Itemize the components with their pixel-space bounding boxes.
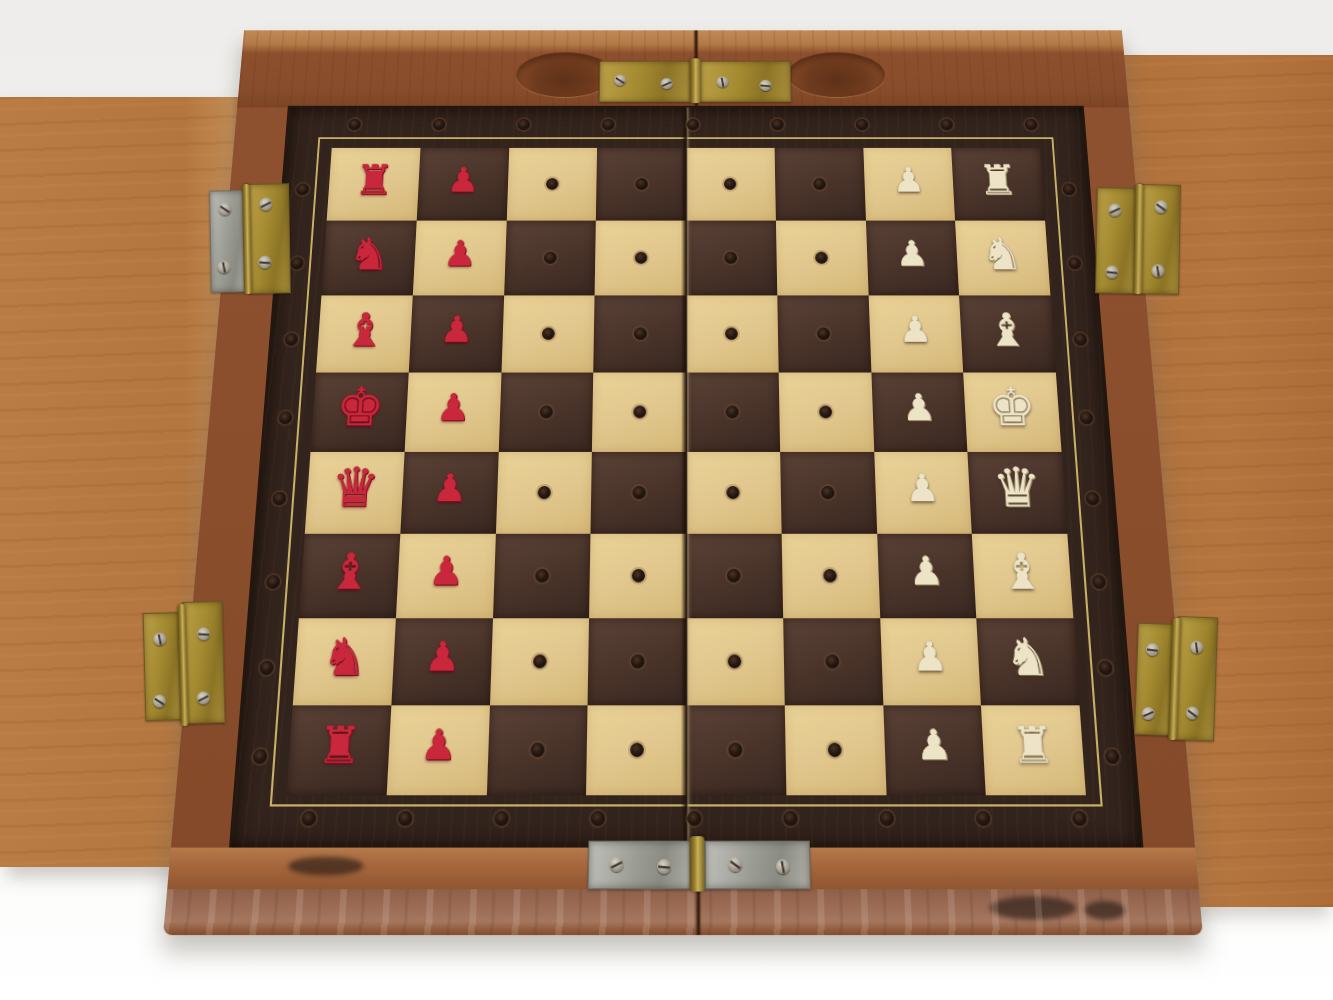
peg-hole xyxy=(540,406,553,419)
square-c4[interactable] xyxy=(686,534,783,618)
peg-hole xyxy=(727,569,740,583)
white-pawn-piece[interactable]: ♟ xyxy=(904,468,940,506)
red-pawn-piece[interactable]: ♟ xyxy=(428,551,465,591)
hinge-knuckle xyxy=(689,58,700,103)
red-pawn-piece[interactable]: ♟ xyxy=(432,468,468,506)
square-g3[interactable] xyxy=(776,221,868,296)
square-e5[interactable] xyxy=(592,373,686,452)
top-center-hinge-plate xyxy=(599,61,693,102)
red-bishop-piece[interactable]: ♝ xyxy=(327,546,374,596)
peg-hole xyxy=(631,654,645,668)
white-pawn-piece[interactable]: ♟ xyxy=(901,389,936,426)
square-h1[interactable]: ♜ xyxy=(951,148,1045,221)
peg-hole xyxy=(542,328,555,340)
white-pawn-piece[interactable]: ♟ xyxy=(895,236,929,271)
peg-hole xyxy=(535,569,549,583)
hinge-knuckle xyxy=(689,836,704,891)
square-a5[interactable] xyxy=(586,705,686,795)
square-f6[interactable] xyxy=(501,295,595,372)
peg-hole xyxy=(725,328,738,340)
margin-peg-hole xyxy=(301,811,316,826)
margin-peg-hole xyxy=(1092,575,1106,589)
square-f3[interactable] xyxy=(777,295,871,372)
margin-peg-hole xyxy=(602,119,614,130)
square-e1[interactable]: ♚ xyxy=(963,373,1061,452)
peg-hole xyxy=(530,743,544,757)
square-c2[interactable]: ♟ xyxy=(877,534,977,618)
square-f4[interactable] xyxy=(686,295,779,372)
red-pawn-piece[interactable]: ♟ xyxy=(435,389,470,426)
square-d1[interactable]: ♛ xyxy=(968,452,1068,534)
peg-hole xyxy=(630,743,644,757)
square-d3[interactable] xyxy=(780,452,877,534)
peg-hole xyxy=(546,178,559,190)
square-g1[interactable]: ♞ xyxy=(955,221,1050,296)
bottom-center-hinge-plate xyxy=(588,841,694,890)
stain-mark xyxy=(989,896,1077,919)
margin-peg-hole xyxy=(687,119,699,130)
square-d5[interactable] xyxy=(591,452,686,534)
square-b8[interactable]: ♞ xyxy=(293,618,396,705)
red-bishop-piece[interactable]: ♝ xyxy=(342,306,387,352)
stain-mark xyxy=(287,857,364,875)
red-pawn-piece[interactable]: ♟ xyxy=(439,311,474,347)
square-h5[interactable] xyxy=(596,148,686,221)
square-d7[interactable]: ♟ xyxy=(400,452,498,534)
screw xyxy=(614,75,626,86)
red-pawn-piece[interactable]: ♟ xyxy=(420,723,458,765)
left-upper-hinge xyxy=(209,183,289,296)
peg-hole xyxy=(813,178,826,190)
square-h7[interactable]: ♟ xyxy=(416,148,508,221)
square-d4[interactable] xyxy=(686,452,781,534)
peg-hole xyxy=(727,486,740,499)
peg-hole xyxy=(544,252,557,264)
white-pawn-piece[interactable]: ♟ xyxy=(892,163,926,197)
square-e4[interactable] xyxy=(686,373,780,452)
square-f5[interactable] xyxy=(593,295,685,372)
white-knight-piece[interactable]: ♞ xyxy=(1003,630,1051,682)
square-h6[interactable] xyxy=(506,148,597,221)
peg-hole xyxy=(729,743,743,757)
margin-peg-hole xyxy=(1105,749,1120,763)
square-b4[interactable] xyxy=(686,618,784,705)
red-knight-piece[interactable]: ♞ xyxy=(347,231,391,275)
margin-peg-hole xyxy=(279,411,293,424)
margin-peg-hole xyxy=(296,184,309,196)
margin-peg-hole xyxy=(1072,811,1087,826)
top-center-hinge-plate xyxy=(700,61,792,102)
square-b2[interactable]: ♟ xyxy=(880,618,981,705)
square-a4[interactable] xyxy=(686,705,786,795)
square-f1[interactable]: ♝ xyxy=(959,295,1056,372)
square-f8[interactable]: ♝ xyxy=(316,295,413,372)
white-bishop-piece[interactable]: ♝ xyxy=(985,306,1030,352)
square-g2[interactable]: ♟ xyxy=(865,221,959,296)
margin-peg-hole xyxy=(266,575,280,589)
peg-hole xyxy=(828,743,842,757)
square-c1[interactable]: ♝ xyxy=(972,534,1073,618)
peg-hole xyxy=(633,406,646,419)
margin-peg-hole xyxy=(771,119,783,130)
margin-peg-hole xyxy=(687,811,701,826)
margin-peg-hole xyxy=(856,119,869,130)
peg-hole xyxy=(533,654,547,668)
square-a1[interactable]: ♜ xyxy=(981,705,1086,795)
hinge-knuckle xyxy=(1133,184,1144,294)
box-front-face xyxy=(163,889,1203,935)
square-e2[interactable]: ♟ xyxy=(871,373,968,452)
margin-peg-hole xyxy=(1068,257,1081,269)
margin-peg-hole xyxy=(940,119,953,130)
white-pawn-piece[interactable]: ♟ xyxy=(915,723,953,765)
peg-hole xyxy=(826,654,840,668)
square-e6[interactable] xyxy=(498,373,593,452)
peg-hole xyxy=(635,178,647,190)
square-a7[interactable]: ♟ xyxy=(386,705,489,795)
peg-hole xyxy=(728,654,742,668)
red-queen-piece[interactable]: ♛ xyxy=(329,460,381,514)
square-c7[interactable]: ♟ xyxy=(396,534,496,618)
red-rook-piece[interactable]: ♜ xyxy=(353,159,395,200)
screw xyxy=(759,80,771,91)
chess-box: ♜♟♟♜♞♟♟♞♝♟♟♝♚♟♟♚♛♟♟♛♝♟♟♝♞♟♟♞♜♟♟♜ xyxy=(163,30,1203,935)
margin-peg-hole xyxy=(290,257,303,269)
margin-peg-hole xyxy=(1062,184,1075,196)
square-g7[interactable]: ♟ xyxy=(413,221,507,296)
red-pawn-piece[interactable]: ♟ xyxy=(443,236,477,271)
margin-peg-hole xyxy=(253,749,268,763)
peg-hole xyxy=(726,406,739,419)
peg-hole xyxy=(821,486,834,499)
margin-peg-hole xyxy=(591,811,605,826)
margin-peg-hole xyxy=(348,119,361,130)
square-g8[interactable]: ♞ xyxy=(321,221,416,296)
screw xyxy=(728,857,742,872)
red-knight-piece[interactable]: ♞ xyxy=(321,630,369,682)
peg-hole xyxy=(819,406,832,419)
margin-peg-hole xyxy=(880,811,894,826)
margin-peg-hole xyxy=(976,811,991,826)
photo-backdrop: ♜♟♟♜♞♟♟♞♝♟♟♝♚♟♟♚♛♟♟♛♝♟♟♝♞♟♟♞♜♟♟♜ xyxy=(0,0,1333,1000)
hinge-plate xyxy=(182,601,225,724)
peg-hole xyxy=(725,252,738,264)
stain-mark xyxy=(1084,901,1127,920)
peg-hole xyxy=(823,569,837,583)
square-b7[interactable]: ♟ xyxy=(391,618,492,705)
margin-peg-hole xyxy=(398,811,413,826)
square-h4[interactable] xyxy=(686,148,776,221)
margin-peg-hole xyxy=(1098,661,1113,675)
square-b1[interactable]: ♞ xyxy=(977,618,1080,705)
screw xyxy=(610,857,624,872)
left-lower-hinge xyxy=(142,601,225,729)
square-a8[interactable]: ♜ xyxy=(286,705,391,795)
square-h8[interactable]: ♜ xyxy=(327,148,421,221)
margin-peg-hole xyxy=(1025,119,1038,130)
white-bishop-piece[interactable]: ♝ xyxy=(998,546,1045,596)
white-knight-piece[interactable]: ♞ xyxy=(980,231,1024,275)
red-king-piece[interactable]: ♚ xyxy=(334,381,385,434)
square-g6[interactable] xyxy=(504,221,596,296)
margin-peg-hole xyxy=(1074,333,1088,345)
square-a6[interactable] xyxy=(486,705,587,795)
square-e7[interactable]: ♟ xyxy=(404,373,501,452)
square-d8[interactable]: ♛ xyxy=(305,452,405,534)
margin-peg-hole xyxy=(259,661,274,675)
right-upper-hinge xyxy=(1095,183,1179,296)
square-c6[interactable] xyxy=(492,534,590,618)
thumb-recess xyxy=(788,52,886,97)
square-b6[interactable] xyxy=(489,618,589,705)
peg-hole xyxy=(817,328,830,340)
square-h2[interactable]: ♟ xyxy=(863,148,955,221)
peg-hole xyxy=(631,569,644,583)
peg-hole xyxy=(537,486,550,499)
red-pawn-piece[interactable]: ♟ xyxy=(424,636,461,677)
screw xyxy=(717,76,729,87)
red-rook-piece[interactable]: ♜ xyxy=(316,719,363,770)
peg-hole xyxy=(724,178,736,190)
white-rook-piece[interactable]: ♜ xyxy=(977,159,1019,200)
margin-peg-hole xyxy=(285,333,299,345)
margin-peg-hole xyxy=(783,811,797,826)
margin-peg-hole xyxy=(494,811,508,826)
screw xyxy=(1151,264,1164,277)
white-pawn-piece[interactable]: ♟ xyxy=(911,636,948,677)
margin-peg-hole xyxy=(272,492,286,505)
red-pawn-piece[interactable]: ♟ xyxy=(446,163,480,197)
square-g5[interactable] xyxy=(595,221,686,296)
right-lower-hinge xyxy=(1134,615,1216,746)
square-f7[interactable]: ♟ xyxy=(409,295,504,372)
margin-peg-hole xyxy=(517,119,530,130)
square-f2[interactable]: ♟ xyxy=(868,295,963,372)
screw xyxy=(661,78,673,89)
game-board: ♜♟♟♜♞♟♟♞♝♟♟♝♚♟♟♚♛♟♟♛♝♟♟♝♞♟♟♞♜♟♟♜ xyxy=(231,108,1141,848)
screw xyxy=(776,859,790,874)
square-h3[interactable] xyxy=(774,148,865,221)
screw xyxy=(657,859,671,874)
white-king-piece[interactable]: ♚ xyxy=(986,381,1037,434)
square-b3[interactable] xyxy=(783,618,883,705)
bottom-center-hinge-plate xyxy=(704,841,810,890)
peg-hole xyxy=(815,252,828,264)
margin-peg-hole xyxy=(1080,411,1094,424)
square-c3[interactable] xyxy=(781,534,879,618)
square-c8[interactable]: ♝ xyxy=(299,534,400,618)
square-e3[interactable] xyxy=(778,373,873,452)
white-queen-piece[interactable]: ♛ xyxy=(991,460,1043,514)
peg-hole xyxy=(632,486,645,499)
board-fold-seam xyxy=(681,108,693,848)
square-g4[interactable] xyxy=(686,221,777,296)
square-a3[interactable] xyxy=(784,705,886,795)
square-d2[interactable]: ♟ xyxy=(874,452,972,534)
peg-hole xyxy=(634,328,647,340)
square-b5[interactable] xyxy=(588,618,686,705)
margin-peg-hole xyxy=(1086,492,1100,505)
peg-hole xyxy=(634,252,647,264)
white-pawn-piece[interactable]: ♟ xyxy=(898,311,933,347)
square-c5[interactable] xyxy=(589,534,686,618)
white-rook-piece[interactable]: ♜ xyxy=(1010,719,1057,770)
square-d6[interactable] xyxy=(495,452,592,534)
margin-peg-hole xyxy=(433,119,446,130)
white-pawn-piece[interactable]: ♟ xyxy=(908,551,945,591)
square-e8[interactable]: ♚ xyxy=(310,373,408,452)
square-a2[interactable]: ♟ xyxy=(883,705,986,795)
